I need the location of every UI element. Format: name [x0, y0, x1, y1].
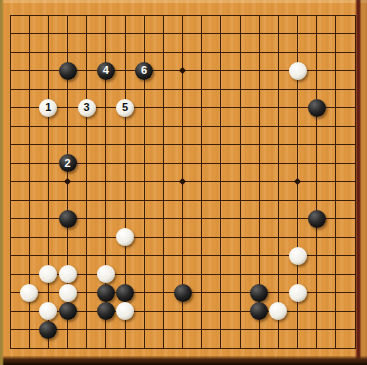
stone-black[interactable]: [97, 284, 115, 302]
grid-line: [10, 15, 356, 16]
grid-line: [335, 15, 336, 349]
star-point: [179, 178, 186, 185]
stone-white[interactable]: [59, 284, 77, 302]
stone-white[interactable]: [289, 284, 307, 302]
stone-white[interactable]: [20, 284, 38, 302]
stone-black[interactable]: [308, 99, 326, 117]
move-number: 2: [59, 154, 77, 172]
move-number: 1: [39, 99, 57, 117]
go-diagram: 123456: [0, 0, 367, 365]
grid-line: [48, 15, 49, 349]
go-board[interactable]: 123456: [0, 0, 367, 365]
stone-white[interactable]: [269, 302, 287, 320]
board-edge-top: [0, 0, 367, 3]
move-number: 4: [97, 62, 115, 80]
stone-move-4[interactable]: 4: [97, 62, 115, 80]
grid-line: [10, 200, 356, 201]
stone-black[interactable]: [308, 210, 326, 228]
grid-line: [240, 15, 241, 349]
stone-black[interactable]: [174, 284, 192, 302]
board-edge-left: [0, 0, 4, 365]
stone-white[interactable]: [289, 62, 307, 80]
move-number: 6: [135, 62, 153, 80]
star-point: [179, 67, 186, 74]
grid-line: [86, 15, 87, 349]
stone-move-2[interactable]: 2: [59, 154, 77, 172]
move-number: 3: [78, 99, 96, 117]
stone-move-1[interactable]: 1: [39, 99, 57, 117]
grid-line: [220, 15, 221, 349]
grid-line: [163, 15, 164, 349]
stone-move-3[interactable]: 3: [78, 99, 96, 117]
grid-line: [10, 89, 356, 90]
grid-line: [10, 15, 11, 349]
stone-black[interactable]: [39, 321, 57, 339]
grid-line: [10, 52, 356, 53]
board-edge-right-outer: [361, 0, 367, 365]
grid-line: [316, 15, 317, 349]
move-number: 5: [116, 99, 134, 117]
stone-white[interactable]: [97, 265, 115, 283]
stone-black[interactable]: [250, 302, 268, 320]
grid-line: [10, 144, 356, 145]
stone-black[interactable]: [250, 284, 268, 302]
stone-white[interactable]: [39, 302, 57, 320]
grid-line: [10, 126, 356, 127]
grid-line: [201, 15, 202, 349]
stone-black[interactable]: [97, 302, 115, 320]
grid-line: [10, 329, 356, 330]
grid-line: [278, 15, 279, 349]
stone-white[interactable]: [116, 228, 134, 246]
stone-black[interactable]: [116, 284, 134, 302]
stone-white[interactable]: [59, 265, 77, 283]
stone-white[interactable]: [289, 247, 307, 265]
stone-white[interactable]: [116, 302, 134, 320]
grid-line: [10, 237, 356, 238]
star-point: [64, 178, 71, 185]
grid-line: [10, 348, 356, 349]
grid-line: [10, 107, 356, 108]
stone-black[interactable]: [59, 210, 77, 228]
board-edge-bottom: [0, 356, 367, 365]
stone-move-6[interactable]: 6: [135, 62, 153, 80]
stone-black[interactable]: [59, 62, 77, 80]
stone-move-5[interactable]: 5: [116, 99, 134, 117]
stone-white[interactable]: [39, 265, 57, 283]
stone-black[interactable]: [59, 302, 77, 320]
grid-line: [10, 33, 356, 34]
star-point: [294, 178, 301, 185]
grid-line: [355, 15, 356, 349]
